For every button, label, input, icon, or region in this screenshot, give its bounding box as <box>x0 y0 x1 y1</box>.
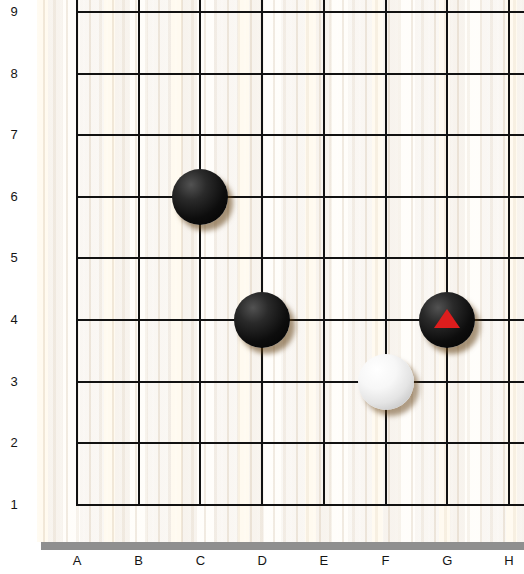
grid-line-col-C <box>199 0 201 506</box>
grid-line-col-G <box>446 0 448 506</box>
row-label-9: 9 <box>0 3 28 21</box>
triangle-marker-icon <box>434 309 460 328</box>
stone-black-d4[interactable] <box>234 292 290 348</box>
go-board-viewer: 987654321 ABCDEFGH <box>0 0 524 574</box>
grid-line-row-6 <box>76 196 524 198</box>
row-label-6: 6 <box>0 188 28 206</box>
column-label-B: B <box>125 552 153 570</box>
column-label-G: G <box>433 552 461 570</box>
row-label-5: 5 <box>0 249 28 267</box>
column-label-F: F <box>372 552 400 570</box>
grid-line-row-5 <box>76 257 524 259</box>
row-label-8: 8 <box>0 65 28 83</box>
grid-line-row-9 <box>76 11 524 13</box>
grid-line-col-H <box>508 0 510 506</box>
column-label-E: E <box>310 552 338 570</box>
row-label-3: 3 <box>0 373 28 391</box>
row-label-4: 4 <box>0 311 28 329</box>
goban[interactable] <box>37 0 524 542</box>
grid-line-row-1 <box>76 504 524 506</box>
column-label-D: D <box>248 552 276 570</box>
grid-line-col-A <box>76 0 78 506</box>
grid-line-row-2 <box>76 442 524 444</box>
row-label-7: 7 <box>0 126 28 144</box>
grid-line-col-E <box>323 0 325 506</box>
grid-line-col-F <box>385 0 387 506</box>
column-label-A: A <box>63 552 91 570</box>
column-label-C: C <box>186 552 214 570</box>
row-label-1: 1 <box>0 496 28 514</box>
stone-white-f3[interactable] <box>358 354 414 410</box>
column-label-H: H <box>495 552 523 570</box>
grid-line-row-8 <box>76 73 524 75</box>
grid-line-col-B <box>138 0 140 506</box>
grid-line-row-3 <box>76 381 524 383</box>
board-shadow <box>41 542 524 550</box>
grid-line-col-D <box>261 0 263 506</box>
row-label-2: 2 <box>0 434 28 452</box>
stone-black-c6[interactable] <box>172 169 228 225</box>
stone-black-g4[interactable] <box>419 292 475 348</box>
grid-line-row-7 <box>76 134 524 136</box>
